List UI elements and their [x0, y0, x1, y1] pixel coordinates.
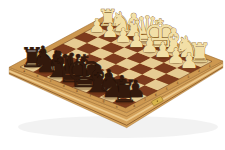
piece-white-pawn: ♟	[180, 48, 199, 73]
rank-label: 6	[155, 93, 157, 97]
rank-label: 4	[176, 81, 178, 85]
piece-black-rook: ♜	[111, 74, 138, 109]
rank-label: 3	[187, 75, 189, 79]
chess-set-photo: abcdefgh87654321♜♞♟♝♟♛♟♚♟♝♟♞♟♟♜♟♟♜♟♟♞♟♝♟…	[0, 0, 225, 150]
product-photo: abcdefgh87654321♜♞♟♝♟♛♟♚♟♝♟♞♟♟♜♟♟♜♟♟♞♟♝♟…	[0, 0, 225, 150]
rank-label: 5	[166, 87, 168, 91]
chess-board-svg: abcdefgh87654321♜♞♟♝♟♛♟♚♟♝♟♞♟♟♜♟♟♜♟♟♞♟♝♟…	[0, 0, 225, 150]
